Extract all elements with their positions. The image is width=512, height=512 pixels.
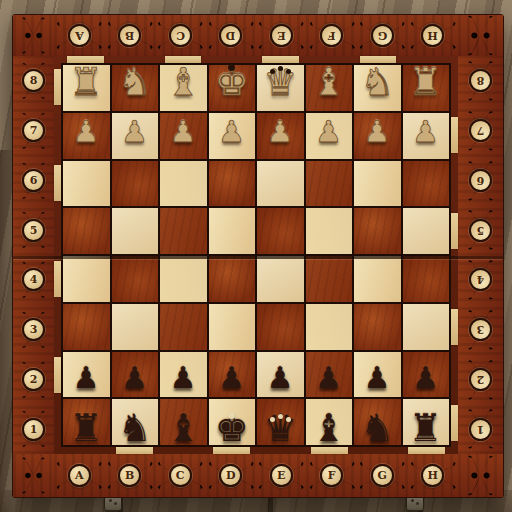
square-h8[interactable]: ♜ [403,65,450,111]
edge-inlay-tab [54,117,61,153]
square-d3[interactable] [209,304,256,350]
file-label-bottom-e: E [270,464,293,487]
rank-label-right-5-cell: 5 [458,205,503,255]
square-d8[interactable]: ♚ [209,65,256,111]
black-knight-b1[interactable]: ♞ [118,409,152,447]
inlay-tabs-left [54,63,61,447]
edge-inlay-tab [451,309,458,345]
file-label-bottom-c-cell: C [155,454,206,497]
border-left: 87654321 [13,56,54,454]
edge-inlay-tab [451,213,458,249]
square-c6[interactable] [160,161,207,207]
fold-seam [13,256,503,259]
file-label-bottom-b-cell: B [105,454,156,497]
square-h5[interactable] [403,208,450,254]
board-grid: ♜♞♝♚♛♝♞♜♟♟♟♟♟♟♟♟♟♟♟♟♟♟♟♟♜♞♝♚♛♝♞♜ [61,63,451,447]
file-label-bottom-c: C [169,464,192,487]
square-f4[interactable] [306,256,353,302]
black-pawn-c2[interactable]: ♟ [170,363,197,393]
square-b1[interactable]: ♞ [112,399,159,445]
scene: ABCDEFGH 87654321 ♜♞♝♚♛♝♞♜♟♟♟♟♟♟♟♟♟♟♟♟♟♟… [0,0,512,512]
square-e8[interactable]: ♛ [257,65,304,111]
square-g3[interactable] [354,304,401,350]
edge-inlay-tab [54,213,61,249]
square-f1[interactable]: ♝ [306,399,353,445]
square-f6[interactable] [306,161,353,207]
edge-inlay-tab [54,309,61,345]
square-d6[interactable] [209,161,256,207]
black-pawn-g2[interactable]: ♟ [364,363,391,393]
edge-inlay-tab [54,357,61,393]
black-pawn-e2[interactable]: ♟ [267,363,294,393]
square-d5[interactable] [209,208,256,254]
playing-field: ♜♞♝♚♛♝♞♜♟♟♟♟♟♟♟♟♟♟♟♟♟♟♟♟♜♞♝♚♛♝♞♜ [54,56,458,454]
square-a3[interactable] [63,304,110,350]
rank-label-right-7: 7 [469,119,492,142]
square-a4[interactable] [63,256,110,302]
square-h7[interactable]: ♟ [403,113,450,159]
rank-label-left-2-cell: 2 [13,355,54,405]
file-label-bottom-e-cell: E [256,454,307,497]
file-label-bottom-f-cell: F [307,454,358,497]
square-f8[interactable]: ♝ [306,65,353,111]
black-king-d1[interactable]: ♚ [215,409,249,447]
border-bottom: ABCDEFGH [54,454,458,497]
rank-label-right-1: 1 [469,418,492,441]
rank-label-left-3-cell: 3 [13,305,54,355]
edge-inlay-tab [54,261,61,297]
black-queen-e1[interactable]: ♛ [263,409,297,447]
square-d1[interactable]: ♚ [209,399,256,445]
square-h6[interactable] [403,161,450,207]
square-g1[interactable]: ♞ [354,399,401,445]
square-a2[interactable]: ♟ [63,352,110,398]
edge-inlay-tab [451,261,458,297]
rank-label-left-7: 7 [22,119,45,142]
square-b3[interactable] [112,304,159,350]
white-rook-h8[interactable]: ♜ [409,63,443,101]
edge-inlay-tab [451,405,458,441]
black-pawn-f2[interactable]: ♟ [315,363,342,393]
inlay-tabs-right [451,63,458,447]
board-corner-bottom-right [458,454,503,497]
file-label-top-d-cell: D [206,15,257,56]
rank-label-left-2: 2 [22,368,45,391]
white-pawn-f7[interactable]: ♟ [315,117,342,147]
rank-label-left-5-cell: 5 [13,205,54,255]
file-label-top-e-cell: E [256,15,307,56]
edge-inlay-tab [451,69,458,105]
rank-label-right-6: 6 [469,169,492,192]
rank-label-left-3: 3 [22,318,45,341]
square-c8[interactable]: ♝ [160,65,207,111]
square-b2[interactable]: ♟ [112,352,159,398]
file-label-top-h-cell: H [408,15,459,56]
rank-label-left-8-cell: 8 [13,56,54,106]
black-pawn-h2[interactable]: ♟ [412,363,439,393]
white-pawn-a7[interactable]: ♟ [73,117,100,147]
black-pawn-d2[interactable]: ♟ [218,363,245,393]
square-c4[interactable] [160,256,207,302]
square-h4[interactable] [403,256,450,302]
border-top: ABCDEFGH [54,15,458,56]
square-f2[interactable]: ♟ [306,352,353,398]
square-c3[interactable] [160,304,207,350]
rank-label-left-1: 1 [22,418,45,441]
white-pawn-e7[interactable]: ♟ [267,117,294,147]
rank-label-right-7-cell: 7 [458,106,503,156]
rank-label-left-6: 6 [22,169,45,192]
square-b4[interactable] [112,256,159,302]
square-d7[interactable]: ♟ [209,113,256,159]
file-label-bottom-a-cell: A [54,454,105,497]
white-bishop-c8[interactable]: ♝ [166,63,200,101]
file-label-top-b-cell: B [105,15,156,56]
square-e3[interactable] [257,304,304,350]
square-c1[interactable]: ♝ [160,399,207,445]
square-e2[interactable]: ♟ [257,352,304,398]
square-b6[interactable] [112,161,159,207]
file-label-bottom-g: G [371,464,394,487]
file-label-top-c-cell: C [155,15,206,56]
file-label-top-c: C [169,24,192,47]
file-label-bottom-g-cell: G [357,454,408,497]
rank-label-right-5: 5 [469,219,492,242]
board-corner-top-right [458,15,503,56]
white-knight-b8[interactable]: ♞ [118,63,152,101]
square-g2[interactable]: ♟ [354,352,401,398]
rank-label-right-1-cell: 1 [458,404,503,454]
chess-board: ABCDEFGH 87654321 ♜♞♝♚♛♝♞♜♟♟♟♟♟♟♟♟♟♟♟♟♟♟… [12,14,504,498]
square-b7[interactable]: ♟ [112,113,159,159]
square-a6[interactable] [63,161,110,207]
square-f5[interactable] [306,208,353,254]
square-g4[interactable] [354,256,401,302]
board-corner-top-left [13,15,54,56]
black-bishop-c1[interactable]: ♝ [166,409,200,447]
square-h2[interactable]: ♟ [403,352,450,398]
rank-label-right-6-cell: 6 [458,156,503,206]
square-a7[interactable]: ♟ [63,113,110,159]
white-pawn-g7[interactable]: ♟ [364,117,391,147]
edge-inlay-tab [451,165,458,201]
file-label-top-g-cell: G [357,15,408,56]
square-g7[interactable]: ♟ [354,113,401,159]
square-d4[interactable] [209,256,256,302]
rank-label-right-3: 3 [469,318,492,341]
square-d2[interactable]: ♟ [209,352,256,398]
square-a8[interactable]: ♜ [63,65,110,111]
square-c5[interactable] [160,208,207,254]
square-f3[interactable] [306,304,353,350]
black-pawn-b2[interactable]: ♟ [121,363,148,393]
black-bishop-f1[interactable]: ♝ [312,409,346,447]
square-b8[interactable]: ♞ [112,65,159,111]
square-g8[interactable]: ♞ [354,65,401,111]
edge-inlay-tab [451,117,458,153]
file-label-top-a-cell: A [54,15,105,56]
square-e5[interactable] [257,208,304,254]
rank-label-left-1-cell: 1 [13,404,54,454]
white-pawn-b7[interactable]: ♟ [121,117,148,147]
square-e4[interactable] [257,256,304,302]
edge-inlay-tab [54,405,61,441]
rank-label-left-5: 5 [22,219,45,242]
square-e1[interactable]: ♛ [257,399,304,445]
file-label-bottom-h-cell: H [408,454,459,497]
file-label-bottom-a: A [68,464,91,487]
square-g6[interactable] [354,161,401,207]
white-queen-e8[interactable]: ♛ [263,63,297,101]
rank-label-right-2: 2 [469,368,492,391]
square-h1[interactable]: ♜ [403,399,450,445]
board-corner-bottom-left [13,454,54,497]
rank-label-right-3-cell: 3 [458,305,503,355]
file-label-top-a: A [68,24,91,47]
edge-inlay-tab [54,69,61,105]
white-knight-g8[interactable]: ♞ [360,63,394,101]
square-e6[interactable] [257,161,304,207]
white-pawn-d7[interactable]: ♟ [218,117,245,147]
edge-inlay-tab [451,357,458,393]
black-pawn-a2[interactable]: ♟ [73,363,100,393]
rank-label-left-4-cell: 4 [13,255,54,305]
white-rook-a8[interactable]: ♜ [69,63,103,101]
black-knight-g1[interactable]: ♞ [360,409,394,447]
square-a1[interactable]: ♜ [63,399,110,445]
rank-label-left-6-cell: 6 [13,156,54,206]
black-rook-a1[interactable]: ♜ [69,409,103,447]
square-h3[interactable] [403,304,450,350]
square-b5[interactable] [112,208,159,254]
rank-label-left-7-cell: 7 [13,106,54,156]
rank-label-right-4-cell: 4 [458,255,503,305]
edge-inlay-tab [54,165,61,201]
white-king-d8[interactable]: ♚ [215,63,249,101]
file-label-top-e: E [270,24,293,47]
square-f7[interactable]: ♟ [306,113,353,159]
white-pawn-h7[interactable]: ♟ [412,117,439,147]
rank-label-right-2-cell: 2 [458,355,503,405]
square-g5[interactable] [354,208,401,254]
file-label-top-f-cell: F [307,15,358,56]
rank-label-right-8-cell: 8 [458,56,503,106]
white-bishop-f8[interactable]: ♝ [312,63,346,101]
square-e7[interactable]: ♟ [257,113,304,159]
square-a5[interactable] [63,208,110,254]
black-rook-h1[interactable]: ♜ [409,409,443,447]
file-label-bottom-d-cell: D [206,454,257,497]
file-label-top-g: G [371,24,394,47]
white-pawn-c7[interactable]: ♟ [170,117,197,147]
border-right: 87654321 [458,56,503,454]
square-c2[interactable]: ♟ [160,352,207,398]
square-c7[interactable]: ♟ [160,113,207,159]
